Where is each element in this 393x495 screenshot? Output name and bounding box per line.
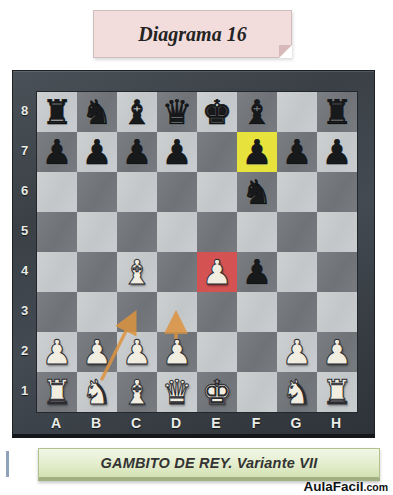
square-g6 (277, 172, 317, 212)
square-b3 (77, 292, 117, 332)
file-label-b: B (76, 412, 116, 436)
piece-black-pawn: ♟ (37, 132, 77, 172)
square-b8: ♞ (77, 92, 117, 132)
diagram-note: Diagrama 16 (93, 10, 292, 58)
square-d4 (157, 252, 197, 292)
rank-label-5: 5 (13, 211, 36, 251)
piece-black-queen: ♛ (157, 92, 197, 132)
rank-label-2: 2 (13, 331, 36, 371)
square-a6 (37, 172, 77, 212)
square-d5 (157, 212, 197, 252)
piece-black-knight: ♞ (77, 92, 117, 132)
square-d8: ♛ (157, 92, 197, 132)
square-a4 (37, 252, 77, 292)
square-d3 (157, 292, 197, 332)
square-b2: ♟ (77, 332, 117, 372)
brand-suffix: .com (363, 481, 388, 493)
square-f7: ♟ (237, 132, 277, 172)
piece-black-pawn: ♟ (277, 132, 317, 172)
piece-black-knight: ♞ (237, 172, 277, 212)
square-c6 (117, 172, 157, 212)
square-a2: ♟ (37, 332, 77, 372)
square-e1: ♚ (197, 372, 237, 412)
file-label-h: H (316, 412, 356, 436)
file-label-g: G (276, 412, 316, 436)
square-g3 (277, 292, 317, 332)
rank-label-1: 1 (13, 371, 36, 411)
file-label-c: C (116, 412, 156, 436)
piece-black-pawn: ♟ (77, 132, 117, 172)
piece-white-bishop: ♝ (117, 372, 157, 412)
square-h8: ♜ (317, 92, 357, 132)
piece-black-pawn: ♟ (237, 132, 277, 172)
diagram-title: Diagrama 16 (94, 11, 291, 57)
piece-white-bishop: ♝ (117, 252, 157, 292)
square-f6: ♞ (237, 172, 277, 212)
piece-white-knight: ♞ (77, 372, 117, 412)
square-c2: ♟ (117, 332, 157, 372)
square-g5 (277, 212, 317, 252)
square-d2: ♟ (157, 332, 197, 372)
square-h6 (317, 172, 357, 212)
square-e3 (197, 292, 237, 332)
piece-white-rook: ♜ (37, 372, 77, 412)
square-f3 (237, 292, 277, 332)
square-b7: ♟ (77, 132, 117, 172)
square-h4 (317, 252, 357, 292)
piece-white-pawn: ♟ (197, 252, 237, 292)
piece-black-bishop: ♝ (237, 92, 277, 132)
caption-text: GAMBITO DE REY. Variante VII (39, 449, 379, 477)
piece-white-pawn: ♟ (77, 332, 117, 372)
piece-black-rook: ♜ (37, 92, 77, 132)
square-a3 (37, 292, 77, 332)
piece-white-king: ♚ (197, 372, 237, 412)
square-c8: ♝ (117, 92, 157, 132)
square-f5 (237, 212, 277, 252)
rank-label-3: 3 (13, 291, 36, 331)
note-fold-corner-icon (279, 45, 292, 58)
square-f8: ♝ (237, 92, 277, 132)
square-d1: ♛ (157, 372, 197, 412)
piece-black-king: ♚ (197, 92, 237, 132)
piece-black-pawn: ♟ (157, 132, 197, 172)
square-c7: ♟ (117, 132, 157, 172)
file-labels: ABCDEFGH (36, 412, 356, 436)
piece-black-pawn: ♟ (317, 132, 357, 172)
square-h3 (317, 292, 357, 332)
square-g2: ♟ (277, 332, 317, 372)
square-a1: ♜ (37, 372, 77, 412)
brand-name: AulaFacil (303, 479, 363, 494)
square-d6 (157, 172, 197, 212)
piece-black-rook: ♜ (317, 92, 357, 132)
square-f4: ♟ (237, 252, 277, 292)
square-g7: ♟ (277, 132, 317, 172)
rank-label-4: 4 (13, 251, 36, 291)
square-h5 (317, 212, 357, 252)
rank-labels: 87654321 (13, 91, 36, 411)
square-h2: ♟ (317, 332, 357, 372)
file-label-f: F (236, 412, 276, 436)
rank-label-6: 6 (13, 171, 36, 211)
piece-black-pawn: ♟ (237, 252, 277, 292)
square-e5 (197, 212, 237, 252)
file-label-d: D (156, 412, 196, 436)
square-f2 (237, 332, 277, 372)
file-label-a: A (36, 412, 76, 436)
square-e2 (197, 332, 237, 372)
rank-label-8: 8 (13, 91, 36, 131)
square-g1: ♞ (277, 372, 317, 412)
square-b6 (77, 172, 117, 212)
square-b1: ♞ (77, 372, 117, 412)
file-label-e: E (196, 412, 236, 436)
square-c1: ♝ (117, 372, 157, 412)
square-d7: ♟ (157, 132, 197, 172)
square-c3 (117, 292, 157, 332)
square-h7: ♟ (317, 132, 357, 172)
piece-white-pawn: ♟ (157, 332, 197, 372)
square-e7 (197, 132, 237, 172)
site-logo: AulaFacil.com (303, 477, 388, 495)
square-c5 (117, 212, 157, 252)
square-a8: ♜ (37, 92, 77, 132)
square-e8: ♚ (197, 92, 237, 132)
piece-white-pawn: ♟ (317, 332, 357, 372)
square-b5 (77, 212, 117, 252)
piece-white-knight: ♞ (277, 372, 317, 412)
piece-white-pawn: ♟ (37, 332, 77, 372)
square-e6 (197, 172, 237, 212)
square-c4: ♝ (117, 252, 157, 292)
piece-black-pawn: ♟ (117, 132, 157, 172)
piece-black-bishop: ♝ (117, 92, 157, 132)
piece-white-pawn: ♟ (117, 332, 157, 372)
square-b4 (77, 252, 117, 292)
rank-label-7: 7 (13, 131, 36, 171)
square-e4: ♟ (197, 252, 237, 292)
text-cursor-line (6, 451, 9, 477)
square-g8 (277, 92, 317, 132)
chess-board: 87654321 ♜♞♝♛♚♝♜♟♟♟♟♟♟♟♞♝♟♟♟♟♟♟♟♟♜♞♝♛♚♞♜… (12, 70, 375, 438)
square-a7: ♟ (37, 132, 77, 172)
square-f1 (237, 372, 277, 412)
piece-white-pawn: ♟ (277, 332, 317, 372)
board-grid: ♜♞♝♛♚♝♜♟♟♟♟♟♟♟♞♝♟♟♟♟♟♟♟♟♜♞♝♛♚♞♜ (36, 91, 358, 413)
piece-white-rook: ♜ (317, 372, 357, 412)
square-h1: ♜ (317, 372, 357, 412)
square-a5 (37, 212, 77, 252)
piece-white-queen: ♛ (157, 372, 197, 412)
square-g4 (277, 252, 317, 292)
